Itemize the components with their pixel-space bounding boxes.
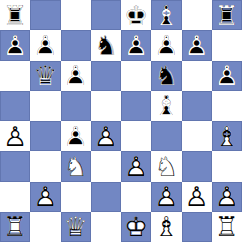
square-b6[interactable]: ♛♕	[30, 61, 60, 91]
square-c3[interactable]: ♞♘	[61, 151, 91, 181]
square-e1[interactable]: ♚♔	[121, 212, 151, 242]
square-c7[interactable]	[61, 30, 91, 60]
piece-white-queen[interactable]: ♛♕	[61, 212, 91, 242]
square-e2[interactable]	[121, 182, 151, 212]
square-a7[interactable]: ♟♙	[0, 30, 30, 60]
piece-black-bishop[interactable]: ♝♗	[151, 0, 181, 30]
pawn-glyph-outline: ♙	[182, 182, 212, 212]
piece-black-knight[interactable]: ♞♘	[91, 30, 121, 60]
square-h4[interactable]: ♝♗	[212, 121, 242, 151]
square-h5[interactable]	[212, 91, 242, 121]
pawn-glyph-outline: ♙	[212, 61, 242, 91]
square-c8[interactable]	[61, 0, 91, 30]
knight-glyph-outline: ♘	[151, 151, 181, 181]
rook-glyph-outline: ♖	[212, 212, 242, 242]
bishop-glyph-outline: ♗	[151, 91, 181, 121]
rook-glyph-outline: ♖	[0, 0, 30, 30]
piece-white-pawn[interactable]: ♟♙	[182, 182, 212, 212]
knight-glyph-outline: ♘	[91, 30, 121, 60]
bishop-glyph-outline: ♗	[151, 0, 181, 30]
square-a2[interactable]	[0, 182, 30, 212]
square-c5[interactable]	[61, 91, 91, 121]
piece-black-pawn[interactable]: ♟♙	[151, 30, 181, 60]
square-e6[interactable]	[121, 61, 151, 91]
pawn-glyph-outline: ♙	[61, 121, 91, 151]
piece-black-pawn[interactable]: ♟♙	[61, 121, 91, 151]
square-e5[interactable]	[121, 91, 151, 121]
square-f8[interactable]: ♝♗	[151, 0, 181, 30]
piece-black-pawn[interactable]: ♟♙	[61, 61, 91, 91]
bishop-glyph-outline: ♗	[212, 121, 242, 151]
square-g8[interactable]	[182, 0, 212, 30]
square-d4[interactable]: ♟♙	[91, 121, 121, 151]
piece-black-pawn[interactable]: ♟♙	[212, 61, 242, 91]
rook-glyph-outline: ♖	[212, 0, 242, 30]
pawn-glyph-outline: ♙	[30, 182, 60, 212]
square-g4[interactable]	[182, 121, 212, 151]
square-d8[interactable]	[91, 0, 121, 30]
square-b3[interactable]	[30, 151, 60, 181]
pawn-glyph-outline: ♙	[121, 151, 151, 181]
square-c1[interactable]: ♛♕	[61, 212, 91, 242]
square-a6[interactable]	[0, 61, 30, 91]
square-d1[interactable]	[91, 212, 121, 242]
piece-white-pawn[interactable]: ♟♙	[151, 182, 181, 212]
piece-black-pawn[interactable]: ♟♙	[182, 30, 212, 60]
square-a1[interactable]: ♜♖	[0, 212, 30, 242]
square-b7[interactable]: ♟♙	[30, 30, 60, 60]
piece-white-pawn[interactable]: ♟♙	[121, 151, 151, 181]
square-e4[interactable]	[121, 121, 151, 151]
square-b5[interactable]	[30, 91, 60, 121]
piece-white-bishop[interactable]: ♝♗	[151, 212, 181, 242]
square-b8[interactable]	[30, 0, 60, 30]
square-h3[interactable]	[212, 151, 242, 181]
piece-black-king[interactable]: ♚♔	[121, 0, 151, 30]
square-b2[interactable]: ♟♙	[30, 182, 60, 212]
pawn-glyph-outline: ♙	[121, 30, 151, 60]
square-e8[interactable]: ♚♔	[121, 0, 151, 30]
square-f7[interactable]: ♟♙	[151, 30, 181, 60]
pawn-glyph-outline: ♙	[91, 121, 121, 151]
square-f5[interactable]: ♝♗	[151, 91, 181, 121]
piece-white-pawn[interactable]: ♟♙	[91, 121, 121, 151]
bishop-glyph-outline: ♗	[151, 212, 181, 242]
king-glyph-outline: ♔	[121, 212, 151, 242]
piece-white-knight[interactable]: ♞♘	[151, 151, 181, 181]
king-glyph-outline: ♔	[121, 0, 151, 30]
square-g3[interactable]	[182, 151, 212, 181]
square-d7[interactable]: ♞♘	[91, 30, 121, 60]
piece-black-queen[interactable]: ♛♕	[30, 61, 60, 91]
square-c2[interactable]	[61, 182, 91, 212]
square-g6[interactable]	[182, 61, 212, 91]
piece-black-rook[interactable]: ♜♖	[212, 0, 242, 30]
chess-board: ♜♖♚♔♝♗♜♖♟♙♟♙♞♘♟♙♟♙♟♙♛♕♟♙♞♘♟♙♝♗♟♙♟♙♟♙♝♗♞♘…	[0, 0, 242, 242]
piece-white-rook[interactable]: ♜♖	[212, 212, 242, 242]
square-c6[interactable]: ♟♙	[61, 61, 91, 91]
queen-glyph-outline: ♕	[30, 61, 60, 91]
square-h8[interactable]: ♜♖	[212, 0, 242, 30]
square-a5[interactable]	[0, 91, 30, 121]
pawn-glyph-outline: ♙	[61, 61, 91, 91]
pawn-glyph-outline: ♙	[212, 182, 242, 212]
square-b1[interactable]	[30, 212, 60, 242]
piece-white-pawn[interactable]: ♟♙	[212, 182, 242, 212]
square-g2[interactable]: ♟♙	[182, 182, 212, 212]
square-a8[interactable]: ♜♖	[0, 0, 30, 30]
piece-black-rook[interactable]: ♜♖	[0, 0, 30, 30]
piece-white-pawn[interactable]: ♟♙	[30, 182, 60, 212]
square-h6[interactable]: ♟♙	[212, 61, 242, 91]
pawn-glyph-outline: ♙	[0, 30, 30, 60]
square-h7[interactable]	[212, 30, 242, 60]
pawn-glyph-outline: ♙	[30, 30, 60, 60]
piece-white-pawn[interactable]: ♟♙	[0, 121, 30, 151]
knight-glyph-outline: ♘	[61, 151, 91, 181]
square-d3[interactable]	[91, 151, 121, 181]
square-f4[interactable]	[151, 121, 181, 151]
square-g7[interactable]: ♟♙	[182, 30, 212, 60]
piece-black-pawn[interactable]: ♟♙	[121, 30, 151, 60]
square-d5[interactable]	[91, 91, 121, 121]
square-f2[interactable]: ♟♙	[151, 182, 181, 212]
knight-glyph-outline: ♘	[151, 61, 181, 91]
square-f1[interactable]: ♝♗	[151, 212, 181, 242]
square-d6[interactable]	[91, 61, 121, 91]
square-c4[interactable]: ♟♙	[61, 121, 91, 151]
piece-black-bishop[interactable]: ♝♗	[151, 91, 181, 121]
piece-white-bishop[interactable]: ♝♗	[212, 121, 242, 151]
pawn-glyph-outline: ♙	[0, 121, 30, 151]
piece-black-pawn[interactable]: ♟♙	[0, 30, 30, 60]
rook-glyph-outline: ♖	[0, 212, 30, 242]
square-e3[interactable]: ♟♙	[121, 151, 151, 181]
square-e7[interactable]: ♟♙	[121, 30, 151, 60]
square-a3[interactable]	[0, 151, 30, 181]
square-g1[interactable]	[182, 212, 212, 242]
square-a4[interactable]: ♟♙	[0, 121, 30, 151]
piece-white-king[interactable]: ♚♔	[121, 212, 151, 242]
square-h1[interactable]: ♜♖	[212, 212, 242, 242]
pawn-glyph-outline: ♙	[151, 182, 181, 212]
square-f3[interactable]: ♞♘	[151, 151, 181, 181]
square-b4[interactable]	[30, 121, 60, 151]
pawn-glyph-outline: ♙	[182, 30, 212, 60]
piece-white-rook[interactable]: ♜♖	[0, 212, 30, 242]
queen-glyph-outline: ♕	[61, 212, 91, 242]
square-f6[interactable]: ♞♘	[151, 61, 181, 91]
square-h2[interactable]: ♟♙	[212, 182, 242, 212]
piece-black-knight[interactable]: ♞♘	[151, 61, 181, 91]
square-g5[interactable]	[182, 91, 212, 121]
piece-white-knight[interactable]: ♞♘	[61, 151, 91, 181]
pawn-glyph-outline: ♙	[151, 30, 181, 60]
square-d2[interactable]	[91, 182, 121, 212]
piece-black-pawn[interactable]: ♟♙	[30, 30, 60, 60]
